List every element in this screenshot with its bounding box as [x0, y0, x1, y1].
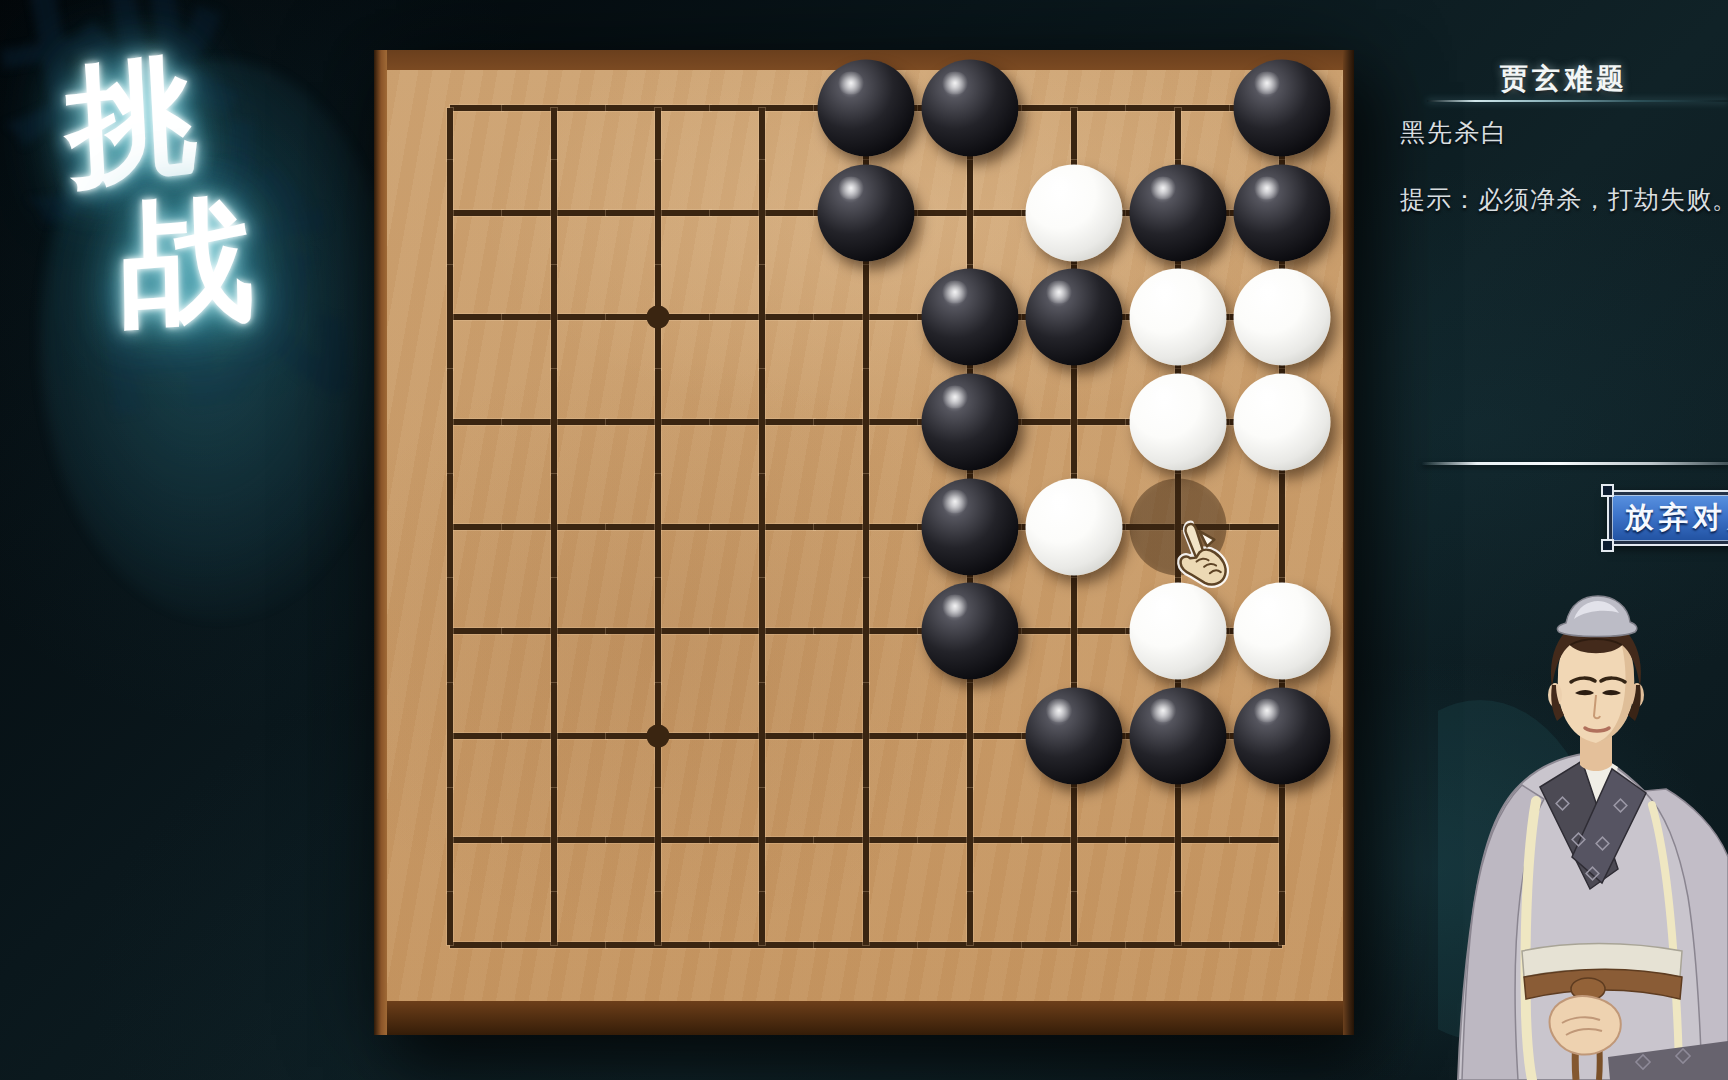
intersection-i7[interactable]: [1230, 684, 1334, 789]
intersection-f1[interactable]: [918, 56, 1022, 161]
intersection-d4[interactable]: [710, 370, 814, 475]
intersection-e5[interactable]: [814, 474, 918, 579]
black-stone: [1234, 60, 1331, 157]
hand-cursor-icon: [1168, 514, 1236, 598]
intersection-a9[interactable]: [398, 893, 502, 998]
puzzle-hint: 提示：必须净杀，打劫失败。: [1400, 183, 1728, 216]
intersection-d9[interactable]: [710, 893, 814, 998]
puzzle-title: 贾玄难题: [1400, 60, 1728, 98]
white-stone: [1234, 374, 1331, 471]
black-stone: [922, 478, 1019, 575]
intersection-h9[interactable]: [1126, 893, 1230, 998]
intersection-b1[interactable]: [502, 56, 606, 161]
intersection-d6[interactable]: [710, 579, 814, 684]
white-stone: [1026, 478, 1123, 575]
intersection-d1[interactable]: [710, 56, 814, 161]
intersection-c9[interactable]: [606, 893, 710, 998]
intersection-g1[interactable]: [1022, 56, 1126, 161]
title-divider: [1427, 100, 1728, 102]
intersection-i4[interactable]: [1230, 370, 1334, 475]
black-stone: [1026, 687, 1123, 784]
intersection-f4[interactable]: [918, 370, 1022, 475]
game-screen: 挑 战 挑 战 贾玄难题 黑先杀白 提示：必须净杀，打劫失败。 放弃对局: [0, 0, 1728, 1080]
intersection-b8[interactable]: [502, 788, 606, 893]
give-up-button-label: 放弃对局: [1625, 498, 1728, 538]
intersection-d8[interactable]: [710, 788, 814, 893]
intersection-a4[interactable]: [398, 370, 502, 475]
white-stone: [1234, 583, 1331, 680]
star-point: [647, 306, 670, 329]
intersection-g6[interactable]: [1022, 579, 1126, 684]
intersection-e2[interactable]: [814, 161, 918, 266]
intersection-i8[interactable]: [1230, 788, 1334, 893]
intersection-d5[interactable]: [710, 474, 814, 579]
intersection-i3[interactable]: [1230, 265, 1334, 370]
intersection-f9[interactable]: [918, 893, 1022, 998]
character-portrait: [1438, 595, 1728, 1080]
intersection-e8[interactable]: [814, 788, 918, 893]
intersection-h7[interactable]: [1126, 684, 1230, 789]
intersection-e7[interactable]: [814, 684, 918, 789]
black-stone: [1130, 164, 1227, 261]
black-stone: [922, 374, 1019, 471]
intersection-f2[interactable]: [918, 161, 1022, 266]
intersection-b2[interactable]: [502, 161, 606, 266]
black-stone: [1130, 687, 1227, 784]
intersection-i1[interactable]: [1230, 56, 1334, 161]
intersection-e3[interactable]: [814, 265, 918, 370]
intersection-g5[interactable]: [1022, 474, 1126, 579]
intersection-g7[interactable]: [1022, 684, 1126, 789]
white-stone: [1130, 374, 1227, 471]
intersection-f8[interactable]: [918, 788, 1022, 893]
intersection-b5[interactable]: [502, 474, 606, 579]
intersection-b6[interactable]: [502, 579, 606, 684]
white-stone: [1026, 164, 1123, 261]
intersection-c2[interactable]: [606, 161, 710, 266]
give-up-button[interactable]: 放弃对局: [1607, 490, 1728, 546]
intersection-h8[interactable]: [1126, 788, 1230, 893]
white-stone: [1234, 269, 1331, 366]
star-point: [647, 724, 670, 747]
intersection-a5[interactable]: [398, 474, 502, 579]
black-stone: [1026, 269, 1123, 366]
intersection-f5[interactable]: [918, 474, 1022, 579]
black-stone: [818, 60, 915, 157]
banner-glow-char-2: 战: [119, 191, 255, 335]
intersection-a7[interactable]: [398, 684, 502, 789]
black-stone: [922, 60, 1019, 157]
intersection-a2[interactable]: [398, 161, 502, 266]
black-stone: [1234, 687, 1331, 784]
intersection-d3[interactable]: [710, 265, 814, 370]
intersection-c5[interactable]: [606, 474, 710, 579]
intersection-a8[interactable]: [398, 788, 502, 893]
black-stone: [818, 164, 915, 261]
banner-glow-char-1: 挑: [63, 48, 199, 194]
intersection-h3[interactable]: [1126, 265, 1230, 370]
board-left-edge: [374, 50, 387, 1035]
intersection-h2[interactable]: [1126, 161, 1230, 266]
intersection-e6[interactable]: [814, 579, 918, 684]
black-stone: [922, 269, 1019, 366]
intersection-c8[interactable]: [606, 788, 710, 893]
button-corner-ornament: [1601, 539, 1614, 552]
intersection-i5[interactable]: [1230, 474, 1334, 579]
intersection-c4[interactable]: [606, 370, 710, 475]
puzzle-objective: 黑先杀白: [1400, 116, 1508, 149]
intersection-a6[interactable]: [398, 579, 502, 684]
intersection-c7[interactable]: [606, 684, 710, 789]
black-stone: [1234, 164, 1331, 261]
intersection-i2[interactable]: [1230, 161, 1334, 266]
intersection-g9[interactable]: [1022, 893, 1126, 998]
intersection-e9[interactable]: [814, 893, 918, 998]
intersection-a3[interactable]: [398, 265, 502, 370]
button-corner-ornament: [1601, 484, 1614, 497]
intersection-g4[interactable]: [1022, 370, 1126, 475]
intersection-d7[interactable]: [710, 684, 814, 789]
intersection-c6[interactable]: [606, 579, 710, 684]
intersection-b4[interactable]: [502, 370, 606, 475]
button-divider: [1422, 462, 1728, 465]
intersection-g8[interactable]: [1022, 788, 1126, 893]
intersection-h4[interactable]: [1126, 370, 1230, 475]
intersection-b3[interactable]: [502, 265, 606, 370]
black-stone: [922, 583, 1019, 680]
intersection-a1[interactable]: [398, 56, 502, 161]
intersection-g2[interactable]: [1022, 161, 1126, 266]
intersection-g3[interactable]: [1022, 265, 1126, 370]
white-stone: [1130, 269, 1227, 366]
intersection-i6[interactable]: [1230, 579, 1334, 684]
intersection-h1[interactable]: [1126, 56, 1230, 161]
intersection-c1[interactable]: [606, 56, 710, 161]
intersection-b9[interactable]: [502, 893, 606, 998]
board-right-edge: [1343, 50, 1354, 1035]
intersection-e1[interactable]: [814, 56, 918, 161]
intersection-b7[interactable]: [502, 684, 606, 789]
intersection-e4[interactable]: [814, 370, 918, 475]
intersection-f6[interactable]: [918, 579, 1022, 684]
intersection-i9[interactable]: [1230, 893, 1334, 998]
intersection-c3[interactable]: [606, 265, 710, 370]
intersection-d2[interactable]: [710, 161, 814, 266]
intersection-f7[interactable]: [918, 684, 1022, 789]
intersection-f3[interactable]: [918, 265, 1022, 370]
